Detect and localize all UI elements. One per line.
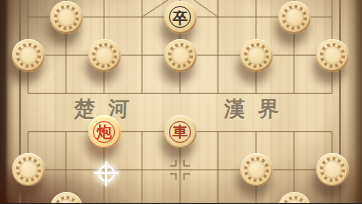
piece-carved-ring	[320, 43, 345, 68]
piece-carved-ring	[92, 43, 117, 68]
piece-carved-ring	[168, 43, 193, 68]
piece-hidden[interactable]	[50, 1, 83, 34]
piece-carved-ring	[244, 157, 269, 182]
piece-carved-ring	[244, 43, 269, 68]
piece-hidden[interactable]	[12, 39, 45, 72]
piece-character-ring: 卒	[169, 6, 191, 28]
piece-hidden[interactable]	[164, 39, 197, 72]
piece-carved-ring	[320, 157, 345, 182]
piece-hidden[interactable]	[278, 1, 311, 34]
piece-red-cannon[interactable]: 炮	[88, 115, 121, 148]
piece-hidden[interactable]	[12, 153, 45, 186]
piece-hidden[interactable]	[50, 192, 83, 204]
soldier-point-marker	[170, 160, 190, 180]
piece-hidden[interactable]	[278, 192, 311, 204]
piece-carved-ring	[16, 157, 41, 182]
piece-carved-ring	[54, 5, 79, 30]
piece-character: 車	[173, 125, 188, 140]
piece-character: 炮	[97, 125, 112, 140]
sparkle-highlight-marker	[98, 165, 115, 182]
piece-hidden[interactable]	[316, 153, 349, 186]
piece-hidden[interactable]	[240, 39, 273, 72]
piece-hidden[interactable]	[240, 153, 273, 186]
piece-carved-ring	[16, 43, 41, 68]
piece-carved-ring	[282, 5, 307, 30]
piece-character-ring: 車	[169, 121, 191, 143]
piece-character: 卒	[173, 10, 188, 25]
xiangqi-board: 楚河 漢界 卒 炮 車	[0, 0, 362, 203]
piece-black-soldier[interactable]: 卒	[164, 1, 197, 34]
piece-red-chariot[interactable]: 車	[164, 115, 197, 148]
piece-hidden[interactable]	[316, 39, 349, 72]
piece-hidden[interactable]	[88, 39, 121, 72]
piece-character-ring: 炮	[93, 121, 115, 143]
river-label-han-jie: 漢界	[224, 99, 293, 120]
